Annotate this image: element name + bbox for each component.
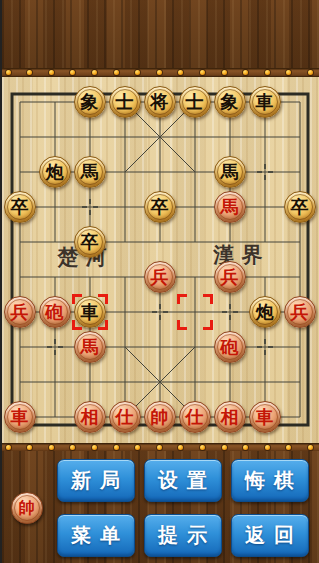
red-turn-badge: 帥: [11, 492, 43, 524]
rail-stud: [92, 70, 97, 75]
rail-stud: [157, 445, 162, 450]
rail-stud: [6, 445, 11, 450]
rail-stud: [222, 70, 227, 75]
rail-stud: [286, 445, 291, 450]
piece-red-仕[interactable]: 仕: [179, 401, 211, 433]
rail-stud: [27, 70, 32, 75]
rail-stud: [222, 445, 227, 450]
board-point-marker: [222, 304, 238, 320]
rail-stud: [308, 445, 313, 450]
rail-stud: [178, 70, 183, 75]
last-move-origin-marker: [177, 294, 213, 330]
piece-red-車[interactable]: 車: [4, 401, 36, 433]
piece-black-車[interactable]: 車: [249, 86, 281, 118]
piece-red-帥[interactable]: 帥: [144, 401, 176, 433]
piece-red-砲[interactable]: 砲: [39, 296, 71, 328]
rail-stud: [27, 445, 32, 450]
piece-black-炮[interactable]: 炮: [39, 156, 71, 188]
piece-black-将[interactable]: 将: [144, 86, 176, 118]
piece-red-相[interactable]: 相: [214, 401, 246, 433]
rail-stud: [178, 445, 183, 450]
menu-button[interactable]: 菜单: [57, 514, 135, 557]
hint-button[interactable]: 提示: [144, 514, 222, 557]
rail-stud: [243, 70, 248, 75]
piece-red-砲[interactable]: 砲: [214, 331, 246, 363]
rail-stud: [114, 70, 119, 75]
back-button[interactable]: 返回: [231, 514, 309, 557]
top-wood-panel: [2, 0, 319, 68]
rail-stud: [265, 70, 270, 75]
rail-stud: [49, 445, 54, 450]
rail-stud: [308, 70, 313, 75]
board-point-marker: [82, 199, 98, 215]
piece-red-馬[interactable]: 馬: [214, 191, 246, 223]
rail-stud: [114, 445, 119, 450]
piece-black-馬[interactable]: 馬: [214, 156, 246, 188]
piece-black-卒[interactable]: 卒: [284, 191, 316, 223]
top-stud-rail: [2, 68, 319, 77]
xiangqi-app: 楚河 漢界 象士将士象車炮馬馬卒卒馬卒卒兵兵兵砲車炮兵馬砲車相仕帥仕相車 帥 新…: [2, 0, 319, 563]
rail-stud: [135, 445, 140, 450]
rail-stud: [135, 70, 140, 75]
piece-black-卒[interactable]: 卒: [4, 191, 36, 223]
piece-black-象[interactable]: 象: [74, 86, 106, 118]
board-point-marker: [152, 304, 168, 320]
rail-stud: [265, 445, 270, 450]
undo-move-button[interactable]: 悔棋: [231, 459, 309, 502]
settings-button[interactable]: 设置: [144, 459, 222, 502]
rail-stud: [157, 70, 162, 75]
board-point-marker: [47, 339, 63, 355]
piece-red-相[interactable]: 相: [74, 401, 106, 433]
piece-layer: 象士将士象車炮馬馬卒卒馬卒卒兵兵兵砲車炮兵馬砲車相仕帥仕相車: [2, 85, 317, 435]
piece-red-車[interactable]: 車: [249, 401, 281, 433]
piece-black-士[interactable]: 士: [179, 86, 211, 118]
piece-black-士[interactable]: 士: [109, 86, 141, 118]
piece-black-馬[interactable]: 馬: [74, 156, 106, 188]
rail-stud: [200, 70, 205, 75]
piece-black-炮[interactable]: 炮: [249, 296, 281, 328]
piece-black-象[interactable]: 象: [214, 86, 246, 118]
piece-red-兵[interactable]: 兵: [144, 261, 176, 293]
rail-stud: [70, 445, 75, 450]
piece-red-兵[interactable]: 兵: [214, 261, 246, 293]
rail-stud: [243, 445, 248, 450]
piece-red-兵[interactable]: 兵: [4, 296, 36, 328]
piece-black-卒[interactable]: 卒: [74, 226, 106, 258]
piece-red-兵[interactable]: 兵: [284, 296, 316, 328]
rail-stud: [200, 445, 205, 450]
xiangqi-board[interactable]: 楚河 漢界 象士将士象車炮馬馬卒卒馬卒卒兵兵兵砲車炮兵馬砲車相仕帥仕相車: [2, 77, 319, 443]
rail-stud: [49, 70, 54, 75]
rail-stud: [6, 70, 11, 75]
board-point-marker: [257, 339, 273, 355]
rail-stud: [92, 445, 97, 450]
rail-stud: [286, 70, 291, 75]
piece-black-卒[interactable]: 卒: [144, 191, 176, 223]
new-game-button[interactable]: 新局: [57, 459, 135, 502]
piece-black-車[interactable]: 車: [74, 296, 106, 328]
board-point-marker: [257, 164, 273, 180]
piece-red-馬[interactable]: 馬: [74, 331, 106, 363]
rail-stud: [70, 70, 75, 75]
piece-red-仕[interactable]: 仕: [109, 401, 141, 433]
